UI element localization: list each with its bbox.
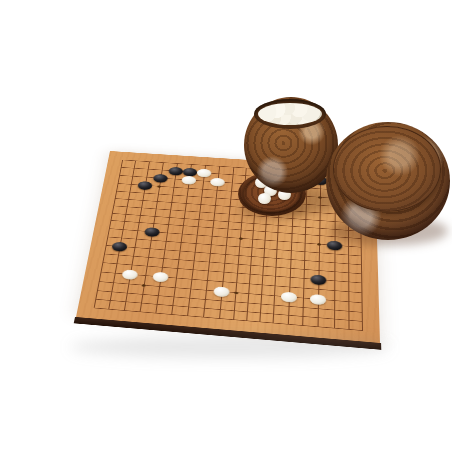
- photo-backdrop: [0, 0, 452, 452]
- intersection[interactable]: [326, 323, 343, 333]
- star-point: [142, 284, 146, 287]
- intersection[interactable]: [227, 314, 241, 324]
- intersection[interactable]: [356, 325, 370, 335]
- intersection[interactable]: [115, 305, 132, 315]
- white-stone-on-lid[interactable]: [258, 193, 271, 204]
- star-point: [157, 185, 161, 187]
- intersection[interactable]: [100, 304, 117, 314]
- closed-stone-bowl[interactable]: [326, 122, 450, 240]
- star-point: [234, 291, 238, 294]
- closed-bowl-lid[interactable]: [333, 126, 441, 212]
- star-point: [238, 237, 242, 240]
- intersection[interactable]: [163, 309, 180, 319]
- white-stones-in-bowl: [258, 103, 322, 125]
- intersection[interactable]: [279, 319, 296, 329]
- intersection[interactable]: [211, 313, 228, 323]
- intersection[interactable]: [131, 307, 148, 317]
- intersection[interactable]: [147, 308, 164, 318]
- star-point: [317, 243, 321, 246]
- board-shadow: [70, 336, 390, 358]
- intersection[interactable]: [266, 318, 280, 328]
- open-stone-bowl[interactable]: [244, 97, 338, 193]
- open-bowl-rim: [254, 99, 326, 129]
- intersection[interactable]: [296, 320, 310, 330]
- intersection[interactable]: [253, 317, 267, 327]
- intersection[interactable]: [309, 321, 326, 331]
- intersection[interactable]: [342, 324, 356, 334]
- intersection[interactable]: [179, 310, 196, 320]
- intersection[interactable]: [240, 316, 254, 326]
- intersection[interactable]: [195, 312, 212, 322]
